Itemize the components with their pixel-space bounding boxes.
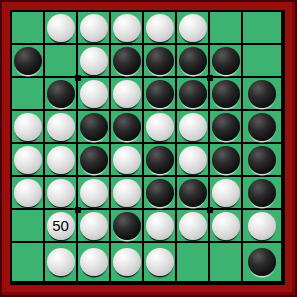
- cell-h7[interactable]: [243, 210, 281, 243]
- black-disc: [113, 212, 141, 240]
- cell-b6[interactable]: [45, 177, 78, 210]
- black-disc: [146, 179, 174, 207]
- cell-c7[interactable]: [78, 210, 111, 243]
- cell-h5[interactable]: [243, 144, 281, 177]
- cell-h4[interactable]: [243, 111, 281, 144]
- cell-d1[interactable]: [111, 12, 144, 45]
- white-disc: [47, 113, 75, 141]
- cell-h8[interactable]: [243, 243, 281, 281]
- white-disc: [113, 14, 141, 42]
- black-disc: [179, 47, 207, 75]
- cell-c8[interactable]: [78, 243, 111, 281]
- cell-e4[interactable]: [144, 111, 177, 144]
- cell-a3[interactable]: [12, 78, 45, 111]
- white-disc: [80, 179, 108, 207]
- white-disc: [80, 14, 108, 42]
- black-disc: [212, 113, 240, 141]
- white-disc: [146, 14, 174, 42]
- white-disc: [47, 14, 75, 42]
- cell-b1[interactable]: [45, 12, 78, 45]
- black-disc: [212, 146, 240, 174]
- last-move-number-label: 50: [52, 218, 69, 233]
- cell-e6[interactable]: [144, 177, 177, 210]
- white-disc: [146, 212, 174, 240]
- white-disc: [47, 146, 75, 174]
- white-disc: [80, 80, 108, 108]
- white-disc: [113, 248, 141, 276]
- white-disc: 50: [47, 212, 75, 240]
- cell-b4[interactable]: [45, 111, 78, 144]
- cell-d2[interactable]: [111, 45, 144, 78]
- white-disc: [113, 80, 141, 108]
- black-disc: [248, 113, 276, 141]
- cell-c1[interactable]: [78, 12, 111, 45]
- white-disc: [179, 113, 207, 141]
- cell-h2[interactable]: [243, 45, 281, 78]
- black-disc: [146, 146, 174, 174]
- black-disc: [47, 80, 75, 108]
- black-disc: [146, 47, 174, 75]
- cell-d5[interactable]: [111, 144, 144, 177]
- white-disc: [212, 212, 240, 240]
- cell-g5[interactable]: [210, 144, 243, 177]
- cell-c3[interactable]: [78, 78, 111, 111]
- black-disc: [212, 80, 240, 108]
- cell-g8[interactable]: [210, 243, 243, 281]
- black-disc: [179, 80, 207, 108]
- cell-b2[interactable]: [45, 45, 78, 78]
- white-disc: [47, 179, 75, 207]
- black-disc: [248, 248, 276, 276]
- cell-f2[interactable]: [177, 45, 210, 78]
- black-disc: [14, 47, 42, 75]
- cell-a6[interactable]: [12, 177, 45, 210]
- cell-f6[interactable]: [177, 177, 210, 210]
- black-disc: [248, 80, 276, 108]
- cell-g3[interactable]: [210, 78, 243, 111]
- cell-h3[interactable]: [243, 78, 281, 111]
- cell-c4[interactable]: [78, 111, 111, 144]
- cell-d4[interactable]: [111, 111, 144, 144]
- white-disc: [80, 248, 108, 276]
- cell-c5[interactable]: [78, 144, 111, 177]
- cell-a7[interactable]: [12, 210, 45, 243]
- white-disc: [146, 113, 174, 141]
- star-point: [75, 207, 81, 213]
- black-disc: [212, 47, 240, 75]
- white-disc: [113, 146, 141, 174]
- othello-board: 50: [10, 10, 285, 285]
- black-disc: [80, 146, 108, 174]
- cell-a8[interactable]: [12, 243, 45, 281]
- black-disc: [113, 113, 141, 141]
- cell-e8[interactable]: [144, 243, 177, 281]
- cell-b3[interactable]: [45, 78, 78, 111]
- white-disc: [14, 113, 42, 141]
- white-disc: [146, 248, 174, 276]
- cell-g4[interactable]: [210, 111, 243, 144]
- cell-g2[interactable]: [210, 45, 243, 78]
- cell-g6[interactable]: [210, 177, 243, 210]
- cell-a2[interactable]: [12, 45, 45, 78]
- cell-e2[interactable]: [144, 45, 177, 78]
- star-point: [207, 75, 213, 81]
- cell-b7[interactable]: 50: [45, 210, 78, 243]
- cell-e7[interactable]: [144, 210, 177, 243]
- cell-e5[interactable]: [144, 144, 177, 177]
- black-disc: [248, 146, 276, 174]
- star-point: [75, 75, 81, 81]
- white-disc: [80, 212, 108, 240]
- white-disc: [80, 47, 108, 75]
- black-disc: [179, 179, 207, 207]
- board-frame: 50: [0, 0, 297, 297]
- white-disc: [212, 179, 240, 207]
- cell-b8[interactable]: [45, 243, 78, 281]
- cell-f5[interactable]: [177, 144, 210, 177]
- white-disc: [113, 179, 141, 207]
- cell-f8[interactable]: [177, 243, 210, 281]
- cell-b5[interactable]: [45, 144, 78, 177]
- cell-a1[interactable]: [12, 12, 45, 45]
- cell-f3[interactable]: [177, 78, 210, 111]
- white-disc: [14, 179, 42, 207]
- cell-d3[interactable]: [111, 78, 144, 111]
- white-disc: [47, 248, 75, 276]
- black-disc: [80, 113, 108, 141]
- cell-g1[interactable]: [210, 12, 243, 45]
- white-disc: [248, 212, 276, 240]
- cell-a4[interactable]: [12, 111, 45, 144]
- cell-h6[interactable]: [243, 177, 281, 210]
- cell-e3[interactable]: [144, 78, 177, 111]
- black-disc: [113, 47, 141, 75]
- cell-c2[interactable]: [78, 45, 111, 78]
- cell-f4[interactable]: [177, 111, 210, 144]
- white-disc: [179, 146, 207, 174]
- cell-d6[interactable]: [111, 177, 144, 210]
- cell-c6[interactable]: [78, 177, 111, 210]
- white-disc: [179, 212, 207, 240]
- cell-a5[interactable]: [12, 144, 45, 177]
- cell-d8[interactable]: [111, 243, 144, 281]
- star-point: [207, 207, 213, 213]
- black-disc: [248, 179, 276, 207]
- cell-e1[interactable]: [144, 12, 177, 45]
- cell-f7[interactable]: [177, 210, 210, 243]
- cell-h1[interactable]: [243, 12, 281, 45]
- white-disc: [14, 146, 42, 174]
- black-disc: [146, 80, 174, 108]
- cell-f1[interactable]: [177, 12, 210, 45]
- cell-g7[interactable]: [210, 210, 243, 243]
- white-disc: [179, 14, 207, 42]
- cell-d7[interactable]: [111, 210, 144, 243]
